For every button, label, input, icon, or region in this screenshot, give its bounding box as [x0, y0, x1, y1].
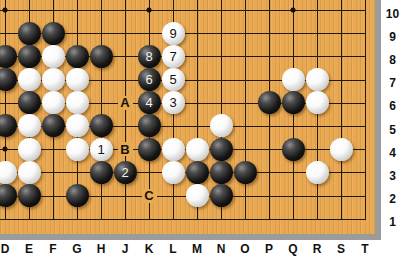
col-label-P: P	[261, 241, 277, 257]
stone-R7	[306, 68, 329, 91]
stone-D3	[0, 161, 17, 184]
stone-L4	[162, 138, 185, 161]
stone-Q7	[282, 68, 305, 91]
stone-F9	[42, 22, 65, 45]
row-label-4: 4	[382, 146, 403, 160]
row-label-8: 8	[382, 53, 403, 67]
stone-P6	[258, 91, 281, 114]
stones-layer: 987654312ABC	[0, 0, 375, 230]
stone-L3	[162, 161, 185, 184]
col-label-E: E	[21, 241, 37, 257]
stone-E6	[18, 91, 41, 114]
stone-Q6	[282, 91, 305, 114]
col-label-K: K	[141, 241, 157, 257]
stone-E5	[18, 114, 41, 137]
col-label-S: S	[333, 241, 349, 257]
stone-K5	[138, 114, 161, 137]
row-label-1: 1	[382, 215, 403, 229]
row-label-10: 10	[382, 7, 403, 21]
stone-D5	[0, 114, 17, 137]
stone-F5	[42, 114, 65, 137]
stone-H5	[90, 114, 113, 137]
stone-F7	[42, 68, 65, 91]
stone-O3	[234, 161, 257, 184]
stone-M2	[186, 184, 209, 207]
stone-S4	[330, 138, 353, 161]
stone-R6	[306, 91, 329, 114]
stone-R3	[306, 161, 329, 184]
stone-E8	[18, 45, 41, 68]
stone-H3	[90, 161, 113, 184]
point-label-A: A	[118, 96, 133, 110]
stone-M3	[186, 161, 209, 184]
stone-E4	[18, 138, 41, 161]
stone-E3	[18, 161, 41, 184]
col-label-N: N	[213, 241, 229, 257]
stone-H4: 1	[90, 138, 113, 161]
row-label-7: 7	[382, 76, 403, 90]
stone-G2	[66, 184, 89, 207]
stone-K4	[138, 138, 161, 161]
stone-N5	[210, 114, 233, 137]
col-label-H: H	[93, 241, 109, 257]
stone-E7	[18, 68, 41, 91]
stone-L8: 7	[162, 45, 185, 68]
row-label-6: 6	[382, 99, 403, 113]
stone-G8	[66, 45, 89, 68]
stone-H8	[90, 45, 113, 68]
go-diagram: 987654312ABC DEFGHJKLMNOPQRST 1098765432…	[0, 0, 404, 260]
stone-L7: 5	[162, 68, 185, 91]
stone-E9	[18, 22, 41, 45]
col-label-F: F	[45, 241, 61, 257]
stone-F8	[42, 45, 65, 68]
stone-G7	[66, 68, 89, 91]
col-label-Q: Q	[285, 241, 301, 257]
stone-K7: 6	[138, 68, 161, 91]
row-label-2: 2	[382, 192, 403, 206]
stone-G4	[66, 138, 89, 161]
col-label-J: J	[117, 241, 133, 257]
stone-E2	[18, 184, 41, 207]
stone-M4	[186, 138, 209, 161]
stone-G5	[66, 114, 89, 137]
row-label-9: 9	[382, 30, 403, 44]
col-label-R: R	[309, 241, 325, 257]
col-label-D: D	[0, 241, 13, 257]
stone-K6: 4	[138, 91, 161, 114]
col-label-O: O	[237, 241, 253, 257]
stone-D7	[0, 68, 17, 91]
stone-Q4	[282, 138, 305, 161]
stone-K8: 8	[138, 45, 161, 68]
point-label-C: C	[142, 189, 157, 203]
go-board[interactable]: 987654312ABC	[0, 0, 375, 234]
stone-N2	[210, 184, 233, 207]
stone-N3	[210, 161, 233, 184]
col-label-G: G	[69, 241, 85, 257]
point-label-B: B	[118, 142, 133, 156]
stone-G6	[66, 91, 89, 114]
col-label-M: M	[189, 241, 205, 257]
row-label-5: 5	[382, 123, 403, 137]
stone-L9: 9	[162, 22, 185, 45]
stone-F6	[42, 91, 65, 114]
col-label-T: T	[357, 241, 373, 257]
stone-D2	[0, 184, 17, 207]
stone-D8	[0, 45, 17, 68]
col-label-L: L	[165, 241, 181, 257]
stone-N4	[210, 138, 233, 161]
row-label-3: 3	[382, 169, 403, 183]
stone-L6: 3	[162, 91, 185, 114]
stone-J3: 2	[114, 161, 137, 184]
